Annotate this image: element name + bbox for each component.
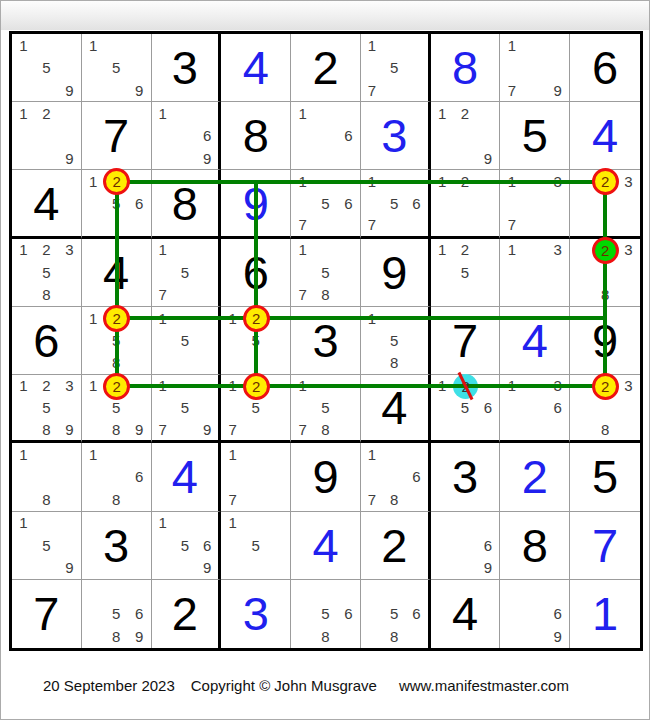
cell-r5c1[interactable]: 6: [12, 307, 82, 375]
cell-r7c8[interactable]: 2: [500, 443, 570, 511]
empty-mark: [454, 192, 477, 214]
empty-mark: [58, 283, 81, 305]
empty-mark: [152, 125, 174, 147]
empty-mark: [128, 170, 151, 192]
cell-r4c5[interactable]: 1578: [291, 239, 361, 307]
cell-r9c4[interactable]: 3: [221, 580, 291, 648]
cell-r1c2[interactable]: 159: [82, 34, 152, 102]
empty-mark: [58, 466, 81, 488]
candidate-7: 7: [361, 488, 383, 510]
candidate-8: 8: [105, 352, 128, 374]
given-value: 9: [291, 443, 360, 510]
cell-r2c5[interactable]: 16: [291, 102, 361, 170]
candidate-3: 3: [546, 170, 569, 192]
empty-mark: [291, 603, 314, 626]
empty-mark: [174, 352, 196, 374]
cell-r9c9[interactable]: 1: [570, 580, 640, 648]
empty-mark: [58, 397, 81, 419]
empty-mark: [546, 580, 569, 603]
empty-mark: [174, 556, 196, 578]
empty-mark: [58, 34, 81, 56]
candidate-8: 8: [35, 419, 58, 441]
cell-r5c5[interactable]: 3: [291, 307, 361, 375]
empty-mark: [128, 352, 151, 374]
empty-mark: [174, 125, 196, 147]
empty-mark: [454, 419, 477, 441]
empty-mark: [431, 512, 454, 534]
empty-mark: [244, 512, 267, 534]
cell-r6c5[interactable]: 1578: [291, 375, 361, 443]
empty-mark: [383, 214, 405, 236]
candidate-6: 6: [128, 466, 151, 488]
empty-mark: [361, 56, 383, 78]
given-value: 3: [152, 34, 219, 101]
cell-r2c8[interactable]: 5: [500, 102, 570, 170]
candidate-1: 1: [82, 34, 105, 56]
cell-r3c9[interactable]: 23: [570, 170, 640, 238]
pencil-marks: 69: [431, 512, 500, 579]
candidate-2: 2: [105, 170, 128, 192]
empty-mark: [500, 580, 523, 603]
candidate-9: 9: [58, 556, 81, 578]
solved-value: 4: [221, 34, 290, 101]
solved-value: 4: [500, 307, 569, 374]
cell-r1c1[interactable]: 159: [12, 34, 82, 102]
cell-r1c7[interactable]: 8: [431, 34, 501, 102]
candidate-5: 5: [105, 329, 128, 351]
empty-mark: [35, 34, 58, 56]
empty-mark: [267, 534, 290, 556]
empty-mark: [35, 556, 58, 578]
empty-mark: [477, 419, 500, 441]
candidate-5: 5: [314, 397, 337, 419]
candidate-1: 1: [82, 307, 105, 329]
empty-mark: [454, 534, 477, 556]
cell-r8c1[interactable]: 159: [12, 512, 82, 580]
pencil-marks: 568: [361, 580, 428, 648]
empty-mark: [593, 261, 616, 283]
cell-r6c2[interactable]: 12589: [82, 375, 152, 443]
cell-r5c2[interactable]: 1258: [82, 307, 152, 375]
cell-r7c1[interactable]: 18: [12, 443, 82, 511]
empty-mark: [152, 147, 174, 169]
candidate-6: 6: [405, 466, 427, 488]
cell-r7c2[interactable]: 168: [82, 443, 152, 511]
pencil-marks: 158: [361, 307, 428, 374]
empty-mark: [12, 488, 35, 510]
given-value: 2: [291, 34, 360, 101]
empty-mark: [546, 283, 569, 305]
cell-r1c3[interactable]: 3: [152, 34, 222, 102]
empty-mark: [244, 419, 267, 441]
candidate-1: 1: [221, 512, 244, 534]
pencil-marks: 1578: [291, 239, 360, 306]
cell-r5c7[interactable]: 7: [431, 307, 501, 375]
candidate-3: 3: [617, 170, 640, 192]
empty-mark: [383, 466, 405, 488]
empty-mark: [267, 352, 290, 374]
empty-mark: [314, 170, 337, 192]
cell-r9c1[interactable]: 7: [12, 580, 82, 648]
candidate-1: 1: [431, 170, 454, 192]
candidate-6: 6: [196, 534, 218, 556]
candidate-6: 6: [128, 192, 151, 214]
candidate-7: 7: [152, 419, 174, 441]
cell-r4c9[interactable]: 238: [570, 239, 640, 307]
empty-mark: [174, 102, 196, 124]
empty-mark: [477, 214, 500, 236]
pencil-marks: 1256: [431, 375, 500, 440]
candidate-5: 5: [174, 397, 196, 419]
candidate-1: 1: [500, 170, 523, 192]
cell-r8c5[interactable]: 4: [291, 512, 361, 580]
empty-mark: [500, 283, 523, 305]
empty-mark: [546, 261, 569, 283]
cell-r9c8[interactable]: 69: [500, 580, 570, 648]
pencil-marks: 1567: [361, 170, 428, 235]
candidate-1: 1: [152, 375, 174, 397]
cell-r6c3[interactable]: 1579: [152, 375, 222, 443]
empty-mark: [361, 625, 383, 648]
cell-r2c9[interactable]: 4: [570, 102, 640, 170]
cell-r3c6[interactable]: 1567: [361, 170, 431, 238]
given-value: 4: [361, 375, 428, 440]
empty-mark: [361, 352, 383, 374]
cell-r5c3[interactable]: 15: [152, 307, 222, 375]
empty-mark: [196, 329, 218, 351]
cell-r2c4[interactable]: 8: [221, 102, 291, 170]
empty-mark: [105, 443, 128, 465]
empty-mark: [174, 147, 196, 169]
cell-r3c4[interactable]: 9: [221, 170, 291, 238]
empty-mark: [244, 556, 267, 578]
empty-mark: [128, 397, 151, 419]
empty-mark: [174, 375, 196, 397]
candidate-8: 8: [383, 625, 405, 648]
empty-mark: [405, 443, 427, 465]
cell-r9c7[interactable]: 4: [431, 580, 501, 648]
cell-r7c7[interactable]: 3: [431, 443, 501, 511]
empty-mark: [152, 556, 174, 578]
empty-mark: [291, 625, 314, 648]
empty-mark: [221, 397, 244, 419]
solved-value: 7: [570, 512, 640, 579]
pencil-marks: 157: [361, 34, 428, 101]
candidate-5: 5: [105, 192, 128, 214]
empty-mark: [454, 147, 477, 169]
empty-mark: [174, 283, 196, 305]
empty-mark: [314, 147, 337, 169]
empty-mark: [523, 34, 546, 56]
cell-r3c8[interactable]: 137: [500, 170, 570, 238]
candidate-1: 1: [12, 34, 35, 56]
candidate-1: 1: [152, 307, 174, 329]
candidate-8: 8: [105, 488, 128, 510]
cell-r2c3[interactable]: 169: [152, 102, 222, 170]
cell-r8c3[interactable]: 1569: [152, 512, 222, 580]
candidate-1: 1: [361, 307, 383, 329]
cell-r3c1[interactable]: 4: [12, 170, 82, 238]
cell-r8c9[interactable]: 7: [570, 512, 640, 580]
candidate-5: 5: [35, 397, 58, 419]
cell-r1c5[interactable]: 2: [291, 34, 361, 102]
cell-r7c5[interactable]: 9: [291, 443, 361, 511]
cell-r1c4[interactable]: 4: [221, 34, 291, 102]
pencil-marks: 18: [12, 443, 81, 510]
candidate-8: 8: [383, 352, 405, 374]
candidate-1: 1: [291, 375, 314, 397]
empty-mark: [12, 397, 35, 419]
candidate-7: 7: [361, 214, 383, 236]
candidate-1: 1: [152, 239, 174, 261]
candidate-2: 2: [105, 375, 128, 397]
empty-mark: [477, 261, 500, 283]
empty-mark: [12, 283, 35, 305]
empty-mark: [128, 329, 151, 351]
empty-mark: [617, 261, 640, 283]
empty-mark: [196, 239, 218, 261]
cell-r3c2[interactable]: 1256: [82, 170, 152, 238]
cell-r5c8[interactable]: 4: [500, 307, 570, 375]
empty-mark: [570, 261, 593, 283]
cell-r4c6[interactable]: 9: [361, 239, 431, 307]
cell-r9c5[interactable]: 568: [291, 580, 361, 648]
empty-mark: [128, 488, 151, 510]
empty-mark: [405, 580, 427, 603]
empty-mark: [570, 170, 593, 192]
cell-r5c4[interactable]: 125: [221, 307, 291, 375]
cell-r1c6[interactable]: 157: [361, 34, 431, 102]
cell-r8c4[interactable]: 15: [221, 512, 291, 580]
empty-mark: [405, 488, 427, 510]
pencil-marks: 5689: [82, 580, 151, 648]
empty-mark: [196, 261, 218, 283]
cell-r7c3[interactable]: 4: [152, 443, 222, 511]
window-titlebar: [1, 1, 650, 30]
empty-mark: [337, 283, 360, 305]
given-value: 6: [12, 307, 81, 374]
candidate-1: 1: [361, 34, 383, 56]
candidate-2: 2: [454, 375, 477, 397]
candidate-9: 9: [546, 79, 569, 101]
empty-mark: [196, 352, 218, 374]
empty-mark: [82, 56, 105, 78]
empty-mark: [82, 419, 105, 441]
cell-r6c9[interactable]: 238: [570, 375, 640, 443]
cell-r6c6[interactable]: 4: [361, 375, 431, 443]
cell-r8c6[interactable]: 2: [361, 512, 431, 580]
cell-r3c7[interactable]: 12: [431, 170, 501, 238]
cell-r4c7[interactable]: 125: [431, 239, 501, 307]
empty-mark: [500, 419, 523, 441]
candidate-1: 1: [291, 170, 314, 192]
candidate-6: 6: [337, 603, 360, 626]
cell-r8c2[interactable]: 3: [82, 512, 152, 580]
candidate-9: 9: [128, 625, 151, 648]
cell-r9c6[interactable]: 568: [361, 580, 431, 648]
cell-r9c3[interactable]: 2: [152, 580, 222, 648]
empty-mark: [500, 397, 523, 419]
empty-mark: [82, 580, 105, 603]
solved-value: 1: [570, 580, 640, 648]
cell-r3c3[interactable]: 8: [152, 170, 222, 238]
candidate-2: 2: [593, 375, 616, 397]
pencil-marks: 15: [152, 307, 219, 374]
candidate-5: 5: [244, 397, 267, 419]
cell-r7c6[interactable]: 1678: [361, 443, 431, 511]
empty-mark: [617, 192, 640, 214]
pencil-marks: 1569: [152, 512, 219, 579]
cell-r8c8[interactable]: 8: [500, 512, 570, 580]
candidate-2: 2: [244, 375, 267, 397]
empty-mark: [196, 283, 218, 305]
empty-mark: [431, 214, 454, 236]
empty-mark: [361, 603, 383, 626]
cell-r7c4[interactable]: 17: [221, 443, 291, 511]
candidate-2: 2: [454, 102, 477, 124]
empty-mark: [570, 283, 593, 305]
cell-r4c3[interactable]: 157: [152, 239, 222, 307]
empty-mark: [291, 397, 314, 419]
empty-mark: [58, 261, 81, 283]
given-value: 9: [361, 239, 428, 306]
cell-r1c9[interactable]: 6: [570, 34, 640, 102]
empty-mark: [500, 56, 523, 78]
cell-r2c1[interactable]: 129: [12, 102, 82, 170]
footer-website[interactable]: www.manifestmaster.com: [399, 677, 569, 694]
pencil-marks: 159: [12, 512, 81, 579]
empty-mark: [477, 102, 500, 124]
empty-mark: [337, 239, 360, 261]
pencil-marks: 1258: [82, 307, 151, 374]
candidate-7: 7: [291, 419, 314, 441]
cell-r9c2[interactable]: 5689: [82, 580, 152, 648]
solved-value: 4: [291, 512, 360, 579]
candidate-1: 1: [431, 102, 454, 124]
solved-value: 3: [221, 580, 290, 648]
cell-r4c1[interactable]: 12358: [12, 239, 82, 307]
empty-mark: [454, 214, 477, 236]
empty-mark: [244, 443, 267, 465]
cell-r2c6[interactable]: 3: [361, 102, 431, 170]
empty-mark: [570, 397, 593, 419]
cell-r4c4[interactable]: 6: [221, 239, 291, 307]
pencil-marks: 179: [500, 34, 569, 101]
candidate-2: 2: [593, 170, 616, 192]
given-value: 2: [152, 580, 219, 648]
empty-mark: [523, 239, 546, 261]
candidate-1: 1: [12, 443, 35, 465]
cell-r7c9[interactable]: 5: [570, 443, 640, 511]
empty-mark: [523, 603, 546, 626]
cell-r2c7[interactable]: 129: [431, 102, 501, 170]
cell-r4c2[interactable]: 4: [82, 239, 152, 307]
empty-mark: [196, 307, 218, 329]
candidate-1: 1: [291, 102, 314, 124]
given-value: 7: [12, 580, 81, 648]
empty-mark: [431, 147, 454, 169]
cell-r6c1[interactable]: 123589: [12, 375, 82, 443]
candidate-6: 6: [337, 125, 360, 147]
empty-mark: [82, 603, 105, 626]
empty-mark: [337, 147, 360, 169]
given-value: 4: [12, 170, 81, 235]
candidate-5: 5: [105, 603, 128, 626]
cell-r5c6[interactable]: 158: [361, 307, 431, 375]
empty-mark: [174, 307, 196, 329]
given-value: 4: [431, 580, 500, 648]
cell-r8c7[interactable]: 69: [431, 512, 501, 580]
candidate-1: 1: [291, 239, 314, 261]
cell-r6c7[interactable]: 1256: [431, 375, 501, 443]
empty-mark: [405, 214, 427, 236]
cell-r1c8[interactable]: 179: [500, 34, 570, 102]
given-value: 9: [570, 307, 640, 374]
empty-mark: [267, 556, 290, 578]
empty-mark: [570, 419, 593, 441]
pencil-marks: 1578: [291, 375, 360, 440]
empty-mark: [105, 466, 128, 488]
pencil-marks: 159: [82, 34, 151, 101]
cell-r6c8[interactable]: 136: [500, 375, 570, 443]
candidate-1: 1: [221, 443, 244, 465]
empty-mark: [105, 34, 128, 56]
candidate-8: 8: [35, 283, 58, 305]
empty-mark: [152, 534, 174, 556]
pencil-marks: 168: [82, 443, 151, 510]
candidate-3: 3: [617, 375, 640, 397]
empty-mark: [477, 170, 500, 192]
empty-mark: [477, 239, 500, 261]
empty-mark: [500, 603, 523, 626]
empty-mark: [12, 125, 35, 147]
empty-mark: [617, 397, 640, 419]
pencil-marks: 23: [570, 170, 640, 235]
pencil-marks: 12358: [12, 239, 81, 306]
cell-r4c8[interactable]: 13: [500, 239, 570, 307]
empty-mark: [523, 79, 546, 101]
empty-mark: [405, 625, 427, 648]
empty-mark: [431, 283, 454, 305]
candidate-8: 8: [593, 419, 616, 441]
cell-r3c5[interactable]: 1567: [291, 170, 361, 238]
candidate-5: 5: [174, 534, 196, 556]
candidate-9: 9: [477, 147, 500, 169]
given-value: 4: [82, 239, 151, 306]
empty-mark: [523, 375, 546, 397]
empty-mark: [221, 352, 244, 374]
empty-mark: [58, 125, 81, 147]
cell-r2c2[interactable]: 7: [82, 102, 152, 170]
empty-mark: [244, 488, 267, 510]
empty-mark: [570, 239, 593, 261]
candidate-1: 1: [221, 307, 244, 329]
solved-value: 9: [221, 170, 290, 235]
cell-r5c9[interactable]: 9: [570, 307, 640, 375]
pencil-marks: 1567: [291, 170, 360, 235]
empty-mark: [221, 556, 244, 578]
empty-mark: [174, 239, 196, 261]
empty-mark: [523, 283, 546, 305]
empty-mark: [35, 79, 58, 101]
cell-r6c4[interactable]: 1257: [221, 375, 291, 443]
candidate-8: 8: [593, 283, 616, 305]
empty-mark: [337, 375, 360, 397]
empty-mark: [58, 102, 81, 124]
candidate-9: 9: [196, 419, 218, 441]
candidate-1: 1: [431, 239, 454, 261]
pencil-marks: 129: [431, 102, 500, 169]
